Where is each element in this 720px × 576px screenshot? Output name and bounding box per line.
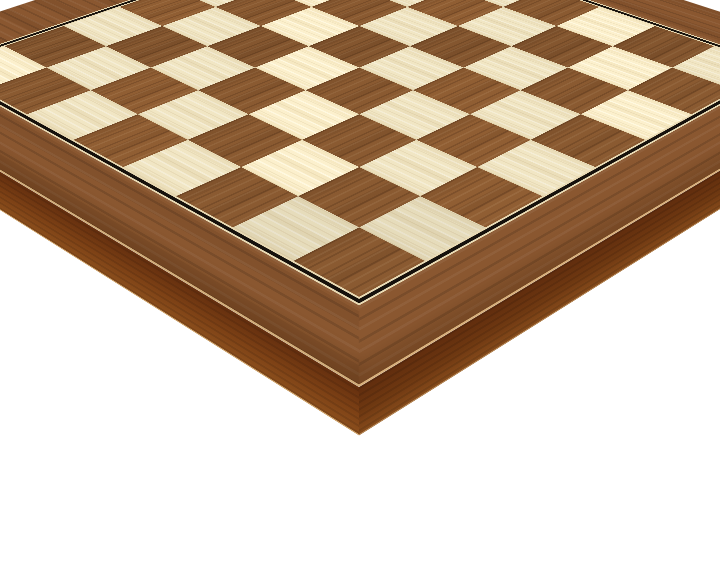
photo-background [0, 0, 720, 576]
board-top-face [0, 0, 720, 387]
board-scene [0, 0, 720, 576]
